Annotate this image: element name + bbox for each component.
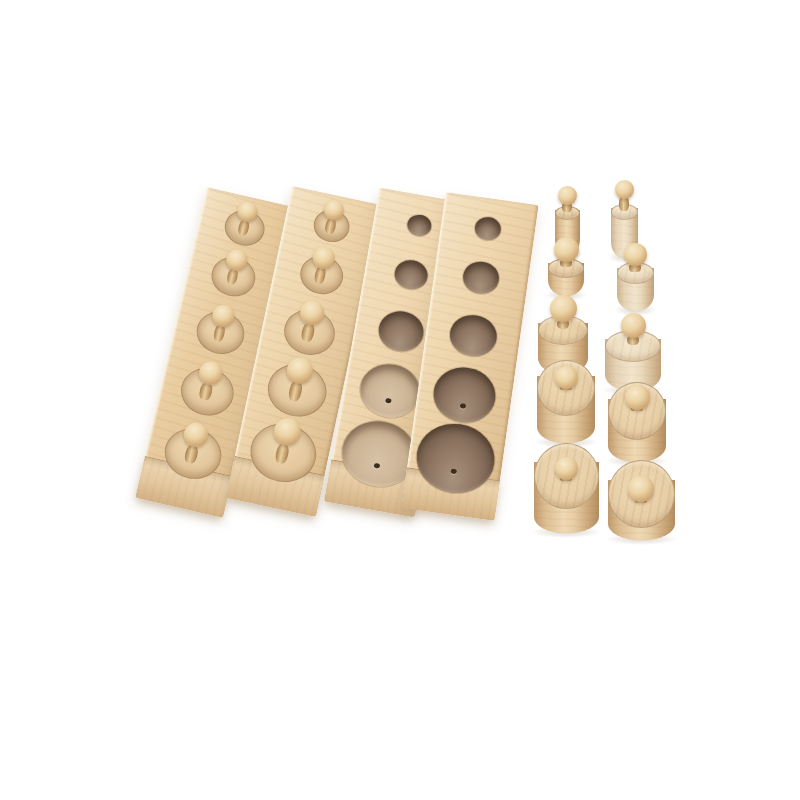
drill-dot <box>373 463 380 469</box>
knob-ball <box>621 313 646 338</box>
empty-hole <box>430 363 499 426</box>
loose-cylinder-right-3 <box>605 313 661 392</box>
loose-cylinder-left-4 <box>537 360 595 443</box>
empty-hole <box>406 213 433 238</box>
loose-cylinder-right-5 <box>608 460 675 540</box>
empty-hole <box>392 257 430 291</box>
empty-hole <box>461 259 501 296</box>
loose-cylinder-left-5 <box>534 443 599 533</box>
drill-dot <box>385 398 392 404</box>
drill-dot <box>450 469 457 475</box>
knob-ball <box>555 366 578 389</box>
loose-cylinder-right-4 <box>608 382 666 462</box>
knob-ball <box>628 476 654 502</box>
stage <box>0 0 800 800</box>
drill-dot <box>460 403 467 409</box>
empty-hole <box>473 215 502 241</box>
knob-ball <box>625 385 650 410</box>
knob-ball <box>554 237 579 262</box>
knob-ball <box>624 243 647 266</box>
knob-ball <box>550 295 577 322</box>
knob-ball <box>555 457 578 480</box>
loose-cylinder-left-2 <box>548 237 584 297</box>
knob-ball <box>615 180 634 199</box>
loose-cylinder-right-2 <box>617 243 654 312</box>
empty-hole <box>375 308 426 355</box>
knob-ball <box>558 186 577 205</box>
empty-hole <box>447 312 499 359</box>
